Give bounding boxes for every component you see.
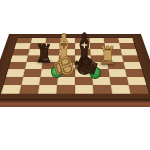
square [93, 85, 112, 94]
square [4, 77, 24, 85]
square [110, 77, 129, 85]
square [108, 69, 126, 77]
square [111, 85, 131, 94]
square [6, 69, 25, 77]
square [124, 62, 142, 69]
square [127, 77, 147, 85]
piece-shadow [99, 62, 116, 66]
square [75, 85, 94, 94]
piece-shadow [56, 61, 73, 65]
square [10, 55, 28, 62]
square [56, 85, 75, 94]
board-grid [0, 37, 150, 94]
piece-shadow [36, 60, 53, 64]
square [23, 69, 41, 77]
square [19, 85, 39, 94]
square [57, 77, 75, 85]
square [21, 77, 40, 85]
board-side-edge [0, 99, 150, 107]
piece-shadow [76, 61, 93, 65]
square [1, 85, 21, 94]
square [38, 85, 57, 94]
square [122, 55, 140, 62]
square [75, 77, 93, 85]
square [125, 69, 144, 77]
chessboard-photo: ♜ ♝ ♝ ♜ ♚ ♚ [0, 0, 150, 150]
square [129, 85, 149, 94]
square [8, 62, 26, 69]
